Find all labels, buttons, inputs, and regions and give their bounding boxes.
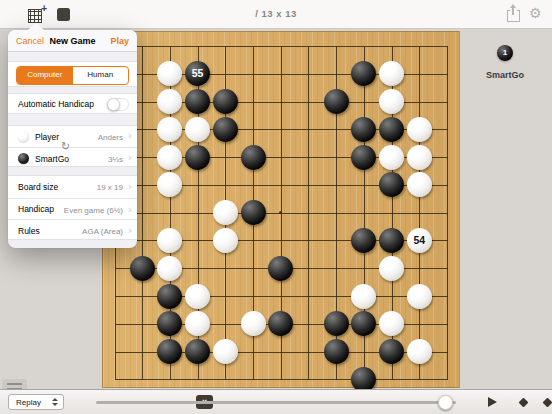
- white-stone: [157, 256, 182, 281]
- replay-label: Replay: [16, 398, 41, 407]
- player-name: Player: [35, 132, 59, 142]
- capture-count-stone: 1: [497, 45, 513, 61]
- white-stone: [157, 117, 182, 142]
- black-stone: [213, 89, 238, 114]
- black-stone: [241, 145, 266, 170]
- white-stone: [407, 172, 432, 197]
- black-stone: [379, 172, 404, 197]
- play-button[interactable]: Play: [110, 36, 129, 46]
- white-stone: [351, 284, 376, 309]
- white-stone: [185, 284, 210, 309]
- black-stone: [379, 228, 404, 253]
- white-stone: [379, 61, 404, 86]
- rules-row[interactable]: Rules AGA (Area) ›: [8, 219, 137, 242]
- smartgo-row[interactable]: SmartGo 3⅓s ›: [8, 147, 137, 169]
- automatic-handicap-row: Automatic Handicap: [8, 93, 137, 114]
- board-size-value: 19 x 19: [97, 183, 123, 192]
- black-stone: [324, 311, 349, 336]
- black-stone: [130, 256, 155, 281]
- black-stone: [324, 339, 349, 364]
- players-group: Player Anders › SmartGo 3⅓s › ↻: [8, 125, 137, 167]
- black-stone: [157, 339, 182, 364]
- white-stone-icon: [18, 131, 29, 142]
- black-stone: [351, 228, 376, 253]
- share-icon[interactable]: [507, 10, 520, 22]
- settings-gear-icon[interactable]: ⚙: [529, 5, 542, 21]
- top-toolbar: + / 13 x 13 ⚙: [0, 0, 552, 29]
- segment-human[interactable]: Human: [73, 67, 129, 84]
- black-stone: [268, 311, 293, 336]
- black-stone: [157, 311, 182, 336]
- popup-up-arrow-icon: [52, 398, 58, 401]
- popup-down-arrow-icon: [52, 403, 58, 406]
- black-stone: [379, 339, 404, 364]
- white-stone: [157, 89, 182, 114]
- chevron-right-icon: ›: [128, 225, 132, 236]
- smartgo-name: SmartGo: [35, 154, 69, 164]
- black-stone: [157, 284, 182, 309]
- replay-slider-track[interactable]: [96, 401, 456, 404]
- white-stone: [157, 228, 182, 253]
- replay-popup-button[interactable]: Replay: [8, 394, 64, 410]
- smartgo-app: + / 13 x 13 ⚙ 5554 1 SmartGo Cancel New …: [0, 0, 552, 414]
- black-stone: [351, 311, 376, 336]
- white-stone: 54: [407, 228, 432, 253]
- black-stone-icon: [18, 153, 29, 164]
- white-stone: [213, 339, 238, 364]
- black-stone: [185, 145, 210, 170]
- replay-slider-knob[interactable]: [438, 395, 453, 410]
- white-stone: [213, 200, 238, 225]
- settings-group: Board size 19 x 19 › Handicap Even game …: [8, 175, 137, 240]
- white-stone: [407, 117, 432, 142]
- white-stone: [407, 284, 432, 309]
- chevron-right-icon: ›: [128, 181, 132, 192]
- swap-colors-icon[interactable]: ↻: [61, 140, 70, 153]
- game-title: / 13 x 13: [0, 8, 552, 19]
- black-stone: [241, 200, 266, 225]
- handicap-row[interactable]: Handicap Even game (6½) ›: [8, 198, 137, 221]
- white-stone: [157, 172, 182, 197]
- rules-value: AGA (Area): [82, 227, 123, 236]
- player-value: Anders: [98, 133, 123, 142]
- player-row[interactable]: Player Anders ›: [8, 126, 137, 147]
- handicap-value: Even game (6½): [64, 206, 123, 215]
- white-stone: [185, 117, 210, 142]
- opponent-segmented-control: Computer Human: [16, 66, 129, 85]
- white-stone: [241, 311, 266, 336]
- board-size-row[interactable]: Board size 19 x 19 ›: [8, 176, 137, 198]
- black-stone: [351, 145, 376, 170]
- segment-computer[interactable]: Computer: [17, 67, 73, 84]
- white-stone: [157, 145, 182, 170]
- black-stone: [268, 256, 293, 281]
- popover-header: Cancel New Game Play: [8, 30, 137, 52]
- white-stone: [185, 311, 210, 336]
- black-stone: [351, 117, 376, 142]
- black-stone: [185, 89, 210, 114]
- board-size-label: Board size: [18, 182, 58, 192]
- black-stone: [379, 117, 404, 142]
- automatic-handicap-label: Automatic Handicap: [18, 99, 94, 109]
- handicap-label: Handicap: [18, 204, 54, 214]
- go-board[interactable]: 5554: [102, 31, 460, 388]
- black-stone: [213, 117, 238, 142]
- white-stone: [407, 339, 432, 364]
- chevron-right-icon: ›: [128, 130, 132, 141]
- white-stone: [157, 61, 182, 86]
- white-stone: [379, 256, 404, 281]
- automatic-handicap-toggle[interactable]: [107, 98, 129, 111]
- black-stone: [185, 339, 210, 364]
- rules-label: Rules: [18, 226, 40, 236]
- new-game-popover: Cancel New Game Play Computer Human Auto…: [8, 30, 137, 248]
- white-stone: [213, 228, 238, 253]
- white-stone: [407, 145, 432, 170]
- smartgo-value: 3⅓s: [108, 155, 123, 164]
- capture-player-label: SmartGo: [471, 70, 539, 80]
- white-stone: [379, 311, 404, 336]
- popover-arrow: [28, 23, 44, 30]
- black-stone: 55: [185, 61, 210, 86]
- play-forward-icon[interactable]: [488, 397, 497, 407]
- chevron-right-icon: ›: [128, 204, 132, 215]
- black-stone: [351, 61, 376, 86]
- white-stone: [379, 89, 404, 114]
- chevron-right-icon: ›: [128, 152, 132, 163]
- opponent-segmented-row: Computer Human: [8, 61, 137, 87]
- white-stone: [379, 145, 404, 170]
- toggle-knob: [107, 98, 120, 111]
- black-stone: [324, 89, 349, 114]
